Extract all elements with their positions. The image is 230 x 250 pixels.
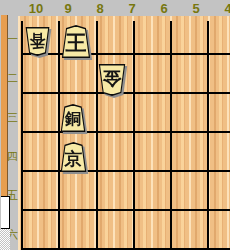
file-label-10: 10 — [24, 1, 48, 16]
file-label-8: 8 — [88, 1, 112, 16]
scrollbar-thumb[interactable] — [1, 196, 10, 229]
file-label-5: 5 — [184, 1, 208, 16]
piece-kanji: 香 — [24, 27, 51, 56]
file-label-4: 4 — [216, 1, 230, 16]
piece-sente-copper-9-3[interactable]: 銅 — [59, 104, 87, 132]
file-label-6: 6 — [152, 1, 176, 16]
piece-gote-gold-8-2[interactable]: 金 — [97, 64, 127, 96]
board-grid-lines — [21, 21, 230, 250]
piece-sente-kyo-9-4[interactable]: 京 — [59, 142, 88, 172]
file-label-7: 7 — [120, 1, 144, 16]
piece-kanji: 王 — [60, 25, 92, 58]
piece-kanji: 京 — [59, 142, 88, 172]
screenshot-root: 10 9 8 7 6 5 4 一 二 三 四 五 六 香 王 金 銅 京 — [0, 0, 230, 250]
piece-kanji: 銅 — [59, 104, 87, 132]
piece-kanji: 金 — [97, 64, 127, 96]
piece-sente-king-9-1[interactable]: 王 — [60, 25, 92, 58]
file-label-9: 9 — [56, 1, 80, 16]
scrollbar-trough[interactable] — [0, 229, 10, 250]
piece-gote-lance-10-1[interactable]: 香 — [24, 27, 51, 56]
